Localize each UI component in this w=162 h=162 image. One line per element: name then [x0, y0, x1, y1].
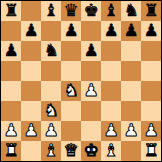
square-d1[interactable]: ♛ — [61, 141, 81, 161]
square-e2[interactable] — [81, 121, 101, 141]
square-h3[interactable] — [141, 101, 161, 121]
chess-board: ♜♝♛♚♝♞♜♟♟♟♟♟♟♞♟♞♟♞♟♟♟♟♟♟♜♝♛♚♝♜ — [0, 0, 162, 162]
piece-white-queen-d1[interactable]: ♛ — [63, 142, 78, 159]
square-f5[interactable] — [101, 61, 121, 81]
square-f6[interactable] — [101, 41, 121, 61]
square-f4[interactable] — [101, 81, 121, 101]
piece-black-knight-c6[interactable]: ♞ — [43, 42, 58, 59]
piece-white-bishop-c1[interactable]: ♝ — [43, 142, 58, 159]
square-a5[interactable] — [1, 61, 21, 81]
square-f7[interactable]: ♟ — [101, 21, 121, 41]
piece-black-pawn-b7[interactable]: ♟ — [23, 22, 38, 39]
piece-white-pawn-e4[interactable]: ♟ — [83, 82, 98, 99]
piece-white-king-e1[interactable]: ♚ — [83, 142, 98, 159]
square-e8[interactable]: ♚ — [81, 1, 101, 21]
square-a6[interactable]: ♟ — [1, 41, 21, 61]
square-e5[interactable] — [81, 61, 101, 81]
piece-black-pawn-h7[interactable]: ♟ — [143, 22, 158, 39]
square-g6[interactable] — [121, 41, 141, 61]
square-a2[interactable]: ♟ — [1, 121, 21, 141]
piece-black-rook-h8[interactable]: ♜ — [143, 2, 158, 19]
square-h2[interactable]: ♟ — [141, 121, 161, 141]
square-e4[interactable]: ♟ — [81, 81, 101, 101]
piece-white-knight-d4[interactable]: ♞ — [63, 82, 78, 99]
piece-black-rook-a8[interactable]: ♜ — [3, 2, 18, 19]
square-b2[interactable]: ♟ — [21, 121, 41, 141]
piece-white-pawn-c2[interactable]: ♟ — [43, 122, 58, 139]
square-g7[interactable]: ♟ — [121, 21, 141, 41]
square-b1[interactable] — [21, 141, 41, 161]
square-h6[interactable] — [141, 41, 161, 61]
square-c4[interactable] — [41, 81, 61, 101]
square-h8[interactable]: ♜ — [141, 1, 161, 21]
piece-black-queen-d8[interactable]: ♛ — [63, 2, 78, 19]
square-b6[interactable] — [21, 41, 41, 61]
square-h7[interactable]: ♟ — [141, 21, 161, 41]
square-e3[interactable] — [81, 101, 101, 121]
square-a4[interactable] — [1, 81, 21, 101]
square-c3[interactable]: ♞ — [41, 101, 61, 121]
square-c2[interactable]: ♟ — [41, 121, 61, 141]
square-e7[interactable] — [81, 21, 101, 41]
square-b4[interactable] — [21, 81, 41, 101]
piece-white-pawn-a2[interactable]: ♟ — [3, 122, 18, 139]
piece-white-rook-h1[interactable]: ♜ — [143, 142, 158, 159]
piece-black-king-e8[interactable]: ♚ — [83, 2, 98, 19]
square-a7[interactable] — [1, 21, 21, 41]
square-e6[interactable]: ♟ — [81, 41, 101, 61]
piece-black-pawn-d7[interactable]: ♟ — [63, 22, 78, 39]
square-f8[interactable]: ♝ — [101, 1, 121, 21]
square-b8[interactable] — [21, 1, 41, 21]
piece-white-pawn-b2[interactable]: ♟ — [23, 122, 38, 139]
square-c1[interactable]: ♝ — [41, 141, 61, 161]
square-c8[interactable]: ♝ — [41, 1, 61, 21]
square-g3[interactable] — [121, 101, 141, 121]
square-h4[interactable] — [141, 81, 161, 101]
square-h5[interactable] — [141, 61, 161, 81]
square-e1[interactable]: ♚ — [81, 141, 101, 161]
square-d5[interactable] — [61, 61, 81, 81]
square-d2[interactable] — [61, 121, 81, 141]
square-f2[interactable]: ♟ — [101, 121, 121, 141]
piece-black-pawn-g7[interactable]: ♟ — [123, 22, 138, 39]
piece-white-pawn-g2[interactable]: ♟ — [123, 122, 138, 139]
square-g1[interactable] — [121, 141, 141, 161]
piece-black-bishop-c8[interactable]: ♝ — [43, 2, 58, 19]
square-d7[interactable]: ♟ — [61, 21, 81, 41]
piece-black-pawn-e6[interactable]: ♟ — [83, 42, 98, 59]
square-d3[interactable] — [61, 101, 81, 121]
square-a8[interactable]: ♜ — [1, 1, 21, 21]
square-g4[interactable] — [121, 81, 141, 101]
square-f1[interactable]: ♝ — [101, 141, 121, 161]
piece-white-bishop-f1[interactable]: ♝ — [103, 142, 118, 159]
piece-white-pawn-h2[interactable]: ♟ — [143, 122, 158, 139]
piece-white-pawn-f2[interactable]: ♟ — [103, 122, 118, 139]
piece-black-pawn-a6[interactable]: ♟ — [3, 42, 18, 59]
square-d4[interactable]: ♞ — [61, 81, 81, 101]
piece-white-rook-a1[interactable]: ♜ — [3, 142, 18, 159]
square-h1[interactable]: ♜ — [141, 141, 161, 161]
square-c6[interactable]: ♞ — [41, 41, 61, 61]
square-b3[interactable] — [21, 101, 41, 121]
square-g5[interactable] — [121, 61, 141, 81]
square-c7[interactable] — [41, 21, 61, 41]
square-b7[interactable]: ♟ — [21, 21, 41, 41]
square-g8[interactable]: ♞ — [121, 1, 141, 21]
square-g2[interactable]: ♟ — [121, 121, 141, 141]
piece-white-knight-c3[interactable]: ♞ — [43, 102, 58, 119]
square-d8[interactable]: ♛ — [61, 1, 81, 21]
piece-black-bishop-f8[interactable]: ♝ — [103, 2, 118, 19]
square-b5[interactable] — [21, 61, 41, 81]
piece-black-knight-g8[interactable]: ♞ — [123, 2, 138, 19]
square-a3[interactable] — [1, 101, 21, 121]
square-a1[interactable]: ♜ — [1, 141, 21, 161]
square-f3[interactable] — [101, 101, 121, 121]
square-c5[interactable] — [41, 61, 61, 81]
square-d6[interactable] — [61, 41, 81, 61]
piece-black-pawn-f7[interactable]: ♟ — [103, 22, 118, 39]
